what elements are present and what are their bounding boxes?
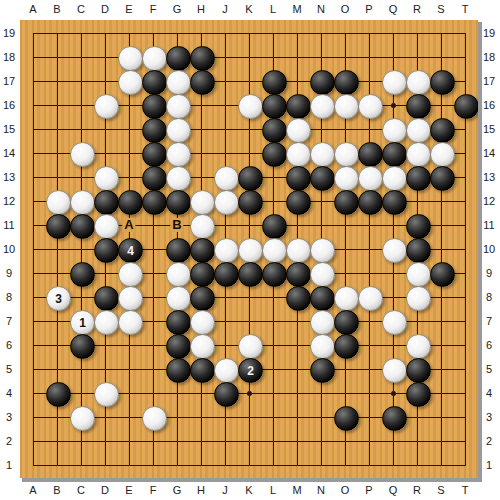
column-label-bottom-H: H — [197, 484, 205, 496]
black-stone-G7[interactable] — [166, 310, 191, 335]
point-label-A[interactable]: A — [122, 218, 135, 232]
black-stone-N13[interactable] — [310, 166, 335, 191]
column-label-bottom-J: J — [222, 484, 228, 496]
white-stone-N6[interactable] — [310, 334, 335, 359]
white-stone-B8[interactable]: 3 — [46, 286, 71, 311]
row-label-left-14: 14 — [3, 147, 15, 159]
black-stone-J9[interactable] — [214, 262, 239, 287]
row-label-right-7: 7 — [486, 315, 492, 327]
white-stone-E18[interactable] — [118, 46, 143, 71]
column-label-top-N: N — [317, 3, 325, 15]
white-stone-M14[interactable] — [286, 142, 311, 167]
white-stone-E7[interactable] — [118, 310, 143, 335]
column-label-bottom-G: G — [173, 484, 182, 496]
black-stone-R16[interactable] — [406, 94, 431, 119]
column-label-top-Q: Q — [389, 3, 398, 15]
white-stone-G16[interactable] — [166, 94, 191, 119]
row-label-right-9: 9 — [486, 267, 492, 279]
black-stone-H17[interactable] — [190, 70, 215, 95]
row-label-right-2: 2 — [486, 435, 492, 447]
row-label-left-15: 15 — [3, 123, 15, 135]
white-stone-H6[interactable] — [190, 334, 215, 359]
column-label-top-D: D — [101, 3, 109, 15]
black-stone-H18[interactable] — [190, 46, 215, 71]
white-stone-R15[interactable] — [406, 118, 431, 143]
board-edge-shadow-right — [478, 22, 482, 482]
white-stone-C12[interactable] — [70, 190, 95, 215]
white-stone-G17[interactable] — [166, 70, 191, 95]
white-stone-J5[interactable] — [214, 358, 239, 383]
column-label-bottom-B: B — [53, 484, 60, 496]
grid-line-horizontal — [33, 441, 466, 442]
black-stone-F17[interactable] — [142, 70, 167, 95]
black-stone-G10[interactable] — [166, 238, 191, 263]
black-stone-D12[interactable] — [94, 190, 119, 215]
white-stone-J12[interactable] — [214, 190, 239, 215]
column-label-top-T: T — [462, 3, 469, 15]
white-stone-J10[interactable] — [214, 238, 239, 263]
row-label-right-17: 17 — [483, 75, 495, 87]
black-stone-O12[interactable] — [334, 190, 359, 215]
point-label-B[interactable]: B — [170, 218, 183, 232]
black-stone-R13[interactable] — [406, 166, 431, 191]
column-label-top-B: B — [53, 3, 60, 15]
black-stone-O17[interactable] — [334, 70, 359, 95]
black-stone-K5[interactable]: 2 — [238, 358, 263, 383]
row-label-left-7: 7 — [6, 315, 12, 327]
column-label-bottom-O: O — [341, 484, 350, 496]
column-label-bottom-D: D — [101, 484, 109, 496]
black-stone-O6[interactable] — [334, 334, 359, 359]
white-stone-M15[interactable] — [286, 118, 311, 143]
white-stone-Q10[interactable] — [382, 238, 407, 263]
column-label-top-P: P — [365, 3, 372, 15]
row-label-right-1: 1 — [486, 459, 492, 471]
white-stone-P8[interactable] — [358, 286, 383, 311]
black-stone-D8[interactable] — [94, 286, 119, 311]
row-label-left-12: 12 — [3, 195, 15, 207]
column-label-bottom-S: S — [437, 484, 444, 496]
row-label-left-13: 13 — [3, 171, 15, 183]
white-stone-O14[interactable] — [334, 142, 359, 167]
column-label-bottom-T: T — [462, 484, 469, 496]
column-label-top-S: S — [437, 3, 444, 15]
column-label-top-R: R — [413, 3, 421, 15]
white-stone-K16[interactable] — [238, 94, 263, 119]
black-stone-Q14[interactable] — [382, 142, 407, 167]
column-label-bottom-A: A — [29, 484, 36, 496]
row-label-right-16: 16 — [483, 99, 495, 111]
column-label-top-A: A — [29, 3, 36, 15]
row-label-left-16: 16 — [3, 99, 15, 111]
black-stone-J4[interactable] — [214, 382, 239, 407]
black-stone-L9[interactable] — [262, 262, 287, 287]
grid-line-vertical — [441, 33, 442, 466]
black-stone-F13[interactable] — [142, 166, 167, 191]
black-stone-G6[interactable] — [166, 334, 191, 359]
black-stone-G12[interactable] — [166, 190, 191, 215]
row-label-left-3: 3 — [6, 411, 12, 423]
white-stone-O13[interactable] — [334, 166, 359, 191]
white-stone-F3[interactable] — [142, 406, 167, 431]
black-stone-G5[interactable] — [166, 358, 191, 383]
white-stone-K6[interactable] — [238, 334, 263, 359]
black-stone-L16[interactable] — [262, 94, 287, 119]
column-label-top-E: E — [125, 3, 132, 15]
black-stone-Q12[interactable] — [382, 190, 407, 215]
black-stone-K12[interactable] — [238, 190, 263, 215]
white-stone-N14[interactable] — [310, 142, 335, 167]
black-stone-N17[interactable] — [310, 70, 335, 95]
go-diagram: 4312AB AABBCCDDEEFFGGHHJJKKLLMMNNOOPPQQR… — [0, 0, 500, 500]
white-stone-F18[interactable] — [142, 46, 167, 71]
white-stone-S14[interactable] — [430, 142, 455, 167]
column-label-top-O: O — [341, 3, 350, 15]
white-stone-L10[interactable] — [262, 238, 287, 263]
white-stone-Q13[interactable] — [382, 166, 407, 191]
black-stone-O7[interactable] — [334, 310, 359, 335]
white-stone-D13[interactable] — [94, 166, 119, 191]
move-number: 2 — [247, 365, 254, 377]
black-stone-M9[interactable] — [286, 262, 311, 287]
column-label-bottom-F: F — [150, 484, 157, 496]
white-stone-P13[interactable] — [358, 166, 383, 191]
column-label-bottom-K: K — [245, 484, 252, 496]
black-stone-S9[interactable] — [430, 262, 455, 287]
board-edge-shadow-bottom — [22, 478, 482, 482]
white-stone-C14[interactable] — [70, 142, 95, 167]
white-stone-B12[interactable] — [46, 190, 71, 215]
row-label-left-10: 10 — [3, 243, 15, 255]
row-label-right-14: 14 — [483, 147, 495, 159]
black-stone-E12[interactable] — [118, 190, 143, 215]
move-number: 4 — [127, 245, 134, 257]
row-label-left-18: 18 — [3, 51, 15, 63]
black-stone-E10[interactable]: 4 — [118, 238, 143, 263]
row-label-right-12: 12 — [483, 195, 495, 207]
black-stone-L17[interactable] — [262, 70, 287, 95]
white-stone-J13[interactable] — [214, 166, 239, 191]
row-label-right-13: 13 — [483, 171, 495, 183]
white-stone-Q15[interactable] — [382, 118, 407, 143]
black-stone-R10[interactable] — [406, 238, 431, 263]
column-label-top-F: F — [150, 3, 157, 15]
black-stone-H9[interactable] — [190, 262, 215, 287]
white-stone-N7[interactable] — [310, 310, 335, 335]
white-stone-C3[interactable] — [70, 406, 95, 431]
column-label-top-H: H — [197, 3, 205, 15]
black-stone-S17[interactable] — [430, 70, 455, 95]
column-label-top-C: C — [77, 3, 85, 15]
black-stone-D10[interactable] — [94, 238, 119, 263]
black-stone-C9[interactable] — [70, 262, 95, 287]
row-label-right-10: 10 — [483, 243, 495, 255]
row-label-left-2: 2 — [6, 435, 12, 447]
black-stone-R4[interactable] — [406, 382, 431, 407]
black-stone-R5[interactable] — [406, 358, 431, 383]
white-stone-N9[interactable] — [310, 262, 335, 287]
white-stone-O8[interactable] — [334, 286, 359, 311]
row-label-left-4: 4 — [6, 387, 12, 399]
black-stone-P12[interactable] — [358, 190, 383, 215]
row-label-right-5: 5 — [486, 363, 492, 375]
white-stone-G8[interactable] — [166, 286, 191, 311]
column-label-bottom-P: P — [365, 484, 372, 496]
star-point — [247, 391, 252, 396]
column-label-top-M: M — [292, 3, 301, 15]
white-stone-G15[interactable] — [166, 118, 191, 143]
white-stone-Q5[interactable] — [382, 358, 407, 383]
move-number: 3 — [55, 293, 62, 305]
column-label-bottom-M: M — [292, 484, 301, 496]
black-stone-G18[interactable] — [166, 46, 191, 71]
black-stone-F15[interactable] — [142, 118, 167, 143]
black-stone-L15[interactable] — [262, 118, 287, 143]
white-stone-C7[interactable]: 1 — [70, 310, 95, 335]
column-label-bottom-R: R — [413, 484, 421, 496]
row-label-left-17: 17 — [3, 75, 15, 87]
black-stone-B11[interactable] — [46, 214, 71, 239]
column-label-bottom-N: N — [317, 484, 325, 496]
black-stone-O3[interactable] — [334, 406, 359, 431]
black-stone-L14[interactable] — [262, 142, 287, 167]
move-number: 1 — [79, 317, 86, 329]
white-stone-R9[interactable] — [406, 262, 431, 287]
white-stone-N16[interactable] — [310, 94, 335, 119]
white-stone-R8[interactable] — [406, 286, 431, 311]
row-label-right-6: 6 — [486, 339, 492, 351]
white-stone-R14[interactable] — [406, 142, 431, 167]
row-label-right-3: 3 — [486, 411, 492, 423]
white-stone-H12[interactable] — [190, 190, 215, 215]
column-label-top-J: J — [222, 3, 228, 15]
row-label-left-11: 11 — [3, 219, 14, 231]
white-stone-R6[interactable] — [406, 334, 431, 359]
white-stone-M10[interactable] — [286, 238, 311, 263]
white-stone-H11[interactable] — [190, 214, 215, 239]
row-label-right-4: 4 — [486, 387, 492, 399]
grid-line-horizontal — [33, 465, 466, 466]
black-stone-R11[interactable] — [406, 214, 431, 239]
black-stone-N8[interactable] — [310, 286, 335, 311]
star-point — [391, 391, 396, 396]
white-stone-D16[interactable] — [94, 94, 119, 119]
black-stone-M13[interactable] — [286, 166, 311, 191]
white-stone-D4[interactable] — [94, 382, 119, 407]
black-stone-H10[interactable] — [190, 238, 215, 263]
white-stone-K10[interactable] — [238, 238, 263, 263]
white-stone-G9[interactable] — [166, 262, 191, 287]
black-stone-K9[interactable] — [238, 262, 263, 287]
black-stone-M8[interactable] — [286, 286, 311, 311]
black-stone-C11[interactable] — [70, 214, 95, 239]
white-stone-E8[interactable] — [118, 286, 143, 311]
white-stone-G13[interactable] — [166, 166, 191, 191]
row-label-right-19: 19 — [483, 27, 495, 39]
column-label-top-L: L — [270, 3, 276, 15]
black-stone-N5[interactable] — [310, 358, 335, 383]
black-stone-F14[interactable] — [142, 142, 167, 167]
white-stone-H7[interactable] — [190, 310, 215, 335]
white-stone-D11[interactable] — [94, 214, 119, 239]
black-stone-S15[interactable] — [430, 118, 455, 143]
row-label-left-19: 19 — [3, 27, 15, 39]
column-label-bottom-Q: Q — [389, 484, 398, 496]
row-label-left-5: 5 — [6, 363, 12, 375]
go-board[interactable]: 4312AB — [20, 20, 478, 478]
column-label-bottom-C: C — [77, 484, 85, 496]
column-label-top-G: G — [173, 3, 182, 15]
black-stone-P14[interactable] — [358, 142, 383, 167]
white-stone-E9[interactable] — [118, 262, 143, 287]
white-stone-P16[interactable] — [358, 94, 383, 119]
black-stone-K13[interactable] — [238, 166, 263, 191]
row-label-left-1: 1 — [6, 459, 12, 471]
row-label-right-18: 18 — [483, 51, 495, 63]
black-stone-L11[interactable] — [262, 214, 287, 239]
black-stone-H5[interactable] — [190, 358, 215, 383]
black-stone-S13[interactable] — [430, 166, 455, 191]
black-stone-F16[interactable] — [142, 94, 167, 119]
white-stone-N10[interactable] — [310, 238, 335, 263]
row-label-left-6: 6 — [6, 339, 12, 351]
black-stone-H8[interactable] — [190, 286, 215, 311]
row-label-right-11: 11 — [483, 219, 494, 231]
black-stone-M16[interactable] — [286, 94, 311, 119]
black-stone-T16[interactable] — [454, 94, 479, 119]
row-label-left-9: 9 — [6, 267, 12, 279]
black-stone-M12[interactable] — [286, 190, 311, 215]
white-stone-G14[interactable] — [166, 142, 191, 167]
white-stone-Q7[interactable] — [382, 310, 407, 335]
black-stone-B4[interactable] — [46, 382, 71, 407]
column-label-bottom-L: L — [270, 484, 276, 496]
column-label-top-K: K — [245, 3, 252, 15]
black-stone-F12[interactable] — [142, 190, 167, 215]
black-stone-C6[interactable] — [70, 334, 95, 359]
white-stone-O16[interactable] — [334, 94, 359, 119]
column-label-bottom-E: E — [125, 484, 132, 496]
star-point — [391, 103, 396, 108]
white-stone-D7[interactable] — [94, 310, 119, 335]
black-stone-Q3[interactable] — [382, 406, 407, 431]
row-label-left-8: 8 — [6, 291, 12, 303]
row-label-right-8: 8 — [486, 291, 492, 303]
row-label-right-15: 15 — [483, 123, 495, 135]
white-stone-E17[interactable] — [118, 70, 143, 95]
white-stone-Q17[interactable] — [382, 70, 407, 95]
white-stone-R17[interactable] — [406, 70, 431, 95]
